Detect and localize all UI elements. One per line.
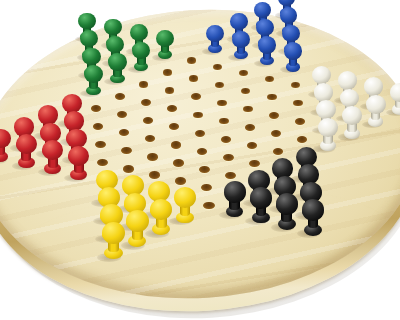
peg-head: [0, 129, 11, 149]
peg-head: [338, 71, 357, 89]
peg-head: [206, 25, 224, 42]
peg-white[interactable]: [317, 118, 338, 151]
peg-head: [250, 187, 272, 208]
peg-head: [102, 222, 125, 244]
peg-yellow[interactable]: [149, 199, 173, 236]
peg-black[interactable]: [301, 199, 325, 236]
peg-head: [278, 0, 295, 6]
peg-head: [232, 31, 250, 48]
peg-head: [282, 25, 300, 42]
peg-head: [230, 13, 247, 30]
peg-head: [132, 42, 150, 60]
peg-head: [106, 36, 124, 53]
peg-head: [258, 36, 276, 53]
peg-black[interactable]: [223, 181, 246, 217]
peg-head: [256, 19, 274, 36]
peg-red[interactable]: [68, 146, 90, 180]
peg-head: [104, 19, 122, 36]
peg-head: [82, 48, 100, 66]
peg-head: [68, 146, 89, 166]
peg-blue[interactable]: [232, 31, 251, 60]
peg-head: [174, 187, 196, 208]
peg-head: [78, 13, 95, 30]
peg-head: [156, 30, 174, 47]
chinese-checkers-board-photo: [0, 0, 400, 320]
peg-head: [284, 42, 302, 60]
peg-green[interactable]: [84, 65, 104, 96]
peg-white[interactable]: [389, 83, 400, 114]
peg-green[interactable]: [108, 53, 127, 83]
peg-head: [340, 89, 360, 108]
peg-head: [276, 193, 299, 215]
peg-head: [38, 105, 58, 124]
peg-red[interactable]: [42, 140, 64, 174]
peg-black[interactable]: [275, 193, 299, 229]
peg-head: [126, 210, 149, 232]
peg-blue[interactable]: [258, 36, 277, 65]
peg-green[interactable]: [156, 30, 175, 59]
peg-head: [254, 2, 271, 18]
peg-head: [390, 83, 400, 102]
peg-white[interactable]: [341, 106, 362, 138]
peg-blue[interactable]: [284, 42, 303, 72]
peg-head: [342, 106, 362, 125]
pegs-layer: [0, 0, 400, 320]
peg-head: [316, 100, 336, 119]
peg-red[interactable]: [0, 129, 11, 162]
peg-head: [224, 181, 246, 202]
peg-head: [80, 30, 98, 47]
peg-head: [108, 53, 127, 71]
peg-head: [280, 7, 297, 24]
peg-head: [364, 77, 383, 95]
peg-head: [62, 94, 82, 113]
peg-red[interactable]: [16, 134, 38, 168]
peg-black[interactable]: [249, 187, 272, 223]
peg-blue[interactable]: [206, 25, 225, 54]
peg-head: [302, 199, 325, 221]
peg-head: [314, 83, 333, 102]
peg-white[interactable]: [365, 95, 386, 127]
peg-yellow[interactable]: [101, 222, 125, 260]
peg-head: [312, 66, 331, 84]
peg-head: [318, 118, 338, 138]
peg-yellow[interactable]: [173, 187, 196, 223]
peg-green[interactable]: [132, 42, 151, 72]
peg-yellow[interactable]: [125, 210, 149, 247]
peg-head: [16, 134, 37, 154]
peg-head: [84, 65, 103, 83]
peg-head: [150, 199, 173, 221]
peg-head: [42, 140, 63, 160]
peg-head: [366, 95, 386, 114]
peg-head: [130, 24, 148, 41]
